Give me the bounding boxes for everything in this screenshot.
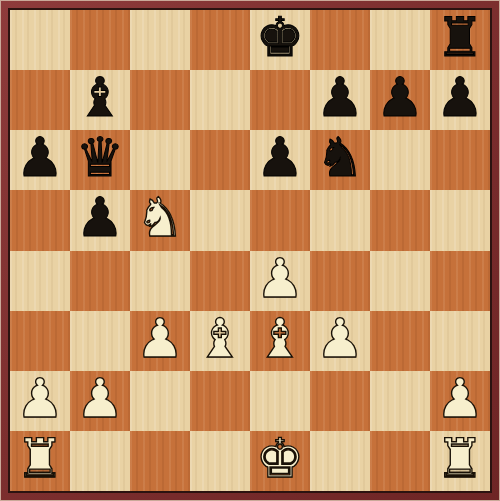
square-b4[interactable] [70,251,130,311]
piece-black-rook: ♜ [436,11,484,65]
square-g8[interactable] [370,10,430,70]
square-c4[interactable] [130,251,190,311]
square-e2[interactable] [250,371,310,431]
square-h3[interactable] [430,311,490,371]
square-f6[interactable]: ♞ [310,130,370,190]
piece-white-pawn: ♟ [16,372,64,426]
square-g5[interactable] [370,190,430,250]
square-b6[interactable]: ♛ [70,130,130,190]
square-a4[interactable] [10,251,70,311]
square-a2[interactable]: ♟ [10,371,70,431]
square-c7[interactable] [130,70,190,130]
square-c5[interactable]: ♞ [130,190,190,250]
square-d3[interactable]: ♝ [190,311,250,371]
square-f8[interactable] [310,10,370,70]
square-g1[interactable] [370,431,430,491]
piece-black-pawn: ♟ [316,71,364,125]
piece-white-rook: ♜ [16,432,64,486]
square-b3[interactable] [70,311,130,371]
square-e8[interactable]: ♚ [250,10,310,70]
square-g6[interactable] [370,130,430,190]
piece-white-rook: ♜ [436,432,484,486]
chess-board: ♚♜♝♟♟♟♟♛♟♞♟♞♟♟♝♝♟♟♟♟♜♚♜ [8,8,492,493]
square-g3[interactable] [370,311,430,371]
piece-black-knight: ♞ [316,131,364,185]
square-f4[interactable] [310,251,370,311]
square-h5[interactable] [430,190,490,250]
square-f7[interactable]: ♟ [310,70,370,130]
piece-white-bishop: ♝ [256,312,304,366]
square-a5[interactable] [10,190,70,250]
piece-white-pawn: ♟ [136,312,184,366]
square-f3[interactable]: ♟ [310,311,370,371]
piece-black-king: ♚ [256,11,304,65]
square-g2[interactable] [370,371,430,431]
square-e7[interactable] [250,70,310,130]
square-d6[interactable] [190,130,250,190]
square-e3[interactable]: ♝ [250,311,310,371]
square-d7[interactable] [190,70,250,130]
square-c8[interactable] [130,10,190,70]
square-e4[interactable]: ♟ [250,251,310,311]
square-d2[interactable] [190,371,250,431]
square-g4[interactable] [370,251,430,311]
square-b1[interactable] [70,431,130,491]
square-b7[interactable]: ♝ [70,70,130,130]
piece-black-pawn: ♟ [376,71,424,125]
square-h4[interactable] [430,251,490,311]
square-h1[interactable]: ♜ [430,431,490,491]
square-c1[interactable] [130,431,190,491]
square-e1[interactable]: ♚ [250,431,310,491]
square-a7[interactable] [10,70,70,130]
piece-white-bishop: ♝ [196,312,244,366]
square-h7[interactable]: ♟ [430,70,490,130]
square-c3[interactable]: ♟ [130,311,190,371]
piece-black-queen: ♛ [76,131,124,185]
square-d5[interactable] [190,190,250,250]
square-b5[interactable]: ♟ [70,190,130,250]
square-f1[interactable] [310,431,370,491]
piece-black-pawn: ♟ [76,191,124,245]
board-frame: ♚♜♝♟♟♟♟♛♟♞♟♞♟♟♝♝♟♟♟♟♜♚♜ [0,0,500,501]
square-h2[interactable]: ♟ [430,371,490,431]
square-d4[interactable] [190,251,250,311]
square-f2[interactable] [310,371,370,431]
square-e5[interactable] [250,190,310,250]
piece-black-bishop: ♝ [76,71,124,125]
square-f5[interactable] [310,190,370,250]
piece-black-pawn: ♟ [256,131,304,185]
square-a3[interactable] [10,311,70,371]
square-h6[interactable] [430,130,490,190]
piece-white-pawn: ♟ [316,312,364,366]
square-b8[interactable] [70,10,130,70]
piece-black-pawn: ♟ [16,131,64,185]
piece-black-pawn: ♟ [436,71,484,125]
piece-white-pawn: ♟ [76,372,124,426]
square-d1[interactable] [190,431,250,491]
square-a8[interactable] [10,10,70,70]
piece-white-king: ♚ [256,432,304,486]
square-a6[interactable]: ♟ [10,130,70,190]
piece-white-knight: ♞ [136,191,184,245]
piece-white-pawn: ♟ [256,252,304,306]
square-a1[interactable]: ♜ [10,431,70,491]
square-b2[interactable]: ♟ [70,371,130,431]
square-e6[interactable]: ♟ [250,130,310,190]
square-g7[interactable]: ♟ [370,70,430,130]
square-c6[interactable] [130,130,190,190]
square-d8[interactable] [190,10,250,70]
square-c2[interactable] [130,371,190,431]
piece-white-pawn: ♟ [436,372,484,426]
square-h8[interactable]: ♜ [430,10,490,70]
